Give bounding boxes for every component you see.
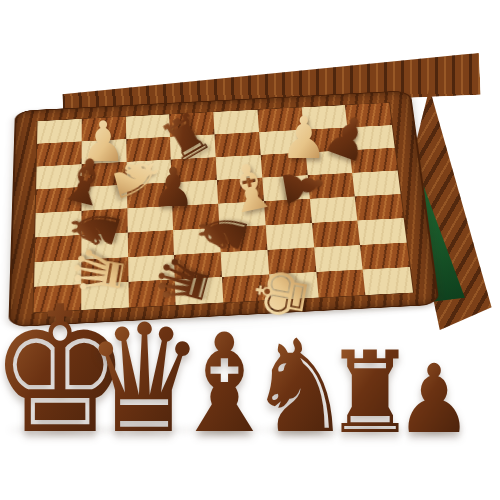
chess-set-product-photo: ♟♜♟♟♝♞♟♝♟♞♞♛♛♚ ♚♛♝♞♜♟ bbox=[0, 0, 500, 500]
piece-dark-pawn-front[interactable]: ♟ bbox=[396, 352, 473, 447]
square-e8[interactable] bbox=[213, 110, 259, 135]
square-a8[interactable] bbox=[37, 119, 81, 144]
piece-dark-pawn-f6[interactable]: ♟ bbox=[274, 161, 332, 211]
square-g2[interactable] bbox=[314, 245, 363, 272]
piece-dark-pawn-c6[interactable]: ♟ bbox=[151, 161, 195, 215]
square-h5[interactable] bbox=[352, 171, 400, 197]
square-h4[interactable] bbox=[355, 194, 404, 220]
square-h3[interactable] bbox=[358, 218, 407, 245]
square-h2[interactable] bbox=[360, 242, 410, 269]
square-g3[interactable] bbox=[311, 220, 360, 247]
square-h1[interactable] bbox=[363, 267, 413, 295]
square-f3[interactable] bbox=[265, 223, 313, 250]
